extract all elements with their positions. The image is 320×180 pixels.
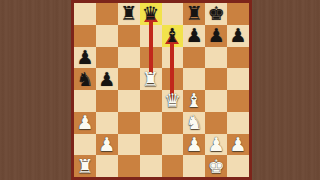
- square-f3[interactable]: [183, 112, 205, 134]
- move-arrow-head-e4-e7: [165, 33, 179, 44]
- square-d2[interactable]: [140, 134, 162, 156]
- square-g8[interactable]: [205, 3, 227, 25]
- square-f6[interactable]: [183, 47, 205, 69]
- square-f7[interactable]: [183, 25, 205, 47]
- square-h8[interactable]: [227, 3, 249, 25]
- move-arrow-head-d5-d8: [144, 11, 158, 22]
- square-e8[interactable]: [162, 3, 184, 25]
- square-d1[interactable]: [140, 155, 162, 177]
- square-g3[interactable]: [205, 112, 227, 134]
- move-arrow-shaft-d5-d8: [149, 22, 153, 79]
- square-f4[interactable]: [183, 90, 205, 112]
- square-a2[interactable]: [74, 134, 96, 156]
- square-g1[interactable]: [205, 155, 227, 177]
- square-a1[interactable]: [74, 155, 96, 177]
- square-a4[interactable]: [74, 90, 96, 112]
- square-e2[interactable]: [162, 134, 184, 156]
- square-f1[interactable]: [183, 155, 205, 177]
- square-c4[interactable]: [118, 90, 140, 112]
- square-h6[interactable]: [227, 47, 249, 69]
- chess-board: ♜♛♜♚♝♟♟♟♟♞♟♜♛♝♟♞♟♟♟♟♜♚: [74, 3, 249, 177]
- square-f8[interactable]: [183, 3, 205, 25]
- square-b5[interactable]: [96, 68, 118, 90]
- square-b1[interactable]: [96, 155, 118, 177]
- square-e1[interactable]: [162, 155, 184, 177]
- square-a5[interactable]: [74, 68, 96, 90]
- move-arrow-shaft-e4-e7: [170, 44, 174, 101]
- square-a8[interactable]: [74, 3, 96, 25]
- square-b8[interactable]: [96, 3, 118, 25]
- square-d4[interactable]: [140, 90, 162, 112]
- square-g2[interactable]: [205, 134, 227, 156]
- square-h4[interactable]: [227, 90, 249, 112]
- square-h7[interactable]: [227, 25, 249, 47]
- square-e3[interactable]: [162, 112, 184, 134]
- square-b3[interactable]: [96, 112, 118, 134]
- square-c8[interactable]: [118, 3, 140, 25]
- chess-board-frame: ♜♛♜♚♝♟♟♟♟♞♟♜♛♝♟♞♟♟♟♟♜♚: [71, 0, 252, 180]
- square-a7[interactable]: [74, 25, 96, 47]
- square-c6[interactable]: [118, 47, 140, 69]
- square-h3[interactable]: [227, 112, 249, 134]
- square-d3[interactable]: [140, 112, 162, 134]
- square-c1[interactable]: [118, 155, 140, 177]
- square-c5[interactable]: [118, 68, 140, 90]
- square-f5[interactable]: [183, 68, 205, 90]
- square-g6[interactable]: [205, 47, 227, 69]
- square-b6[interactable]: [96, 47, 118, 69]
- square-g4[interactable]: [205, 90, 227, 112]
- square-c2[interactable]: [118, 134, 140, 156]
- square-a6[interactable]: [74, 47, 96, 69]
- square-h5[interactable]: [227, 68, 249, 90]
- square-h1[interactable]: [227, 155, 249, 177]
- square-f2[interactable]: [183, 134, 205, 156]
- square-g7[interactable]: [205, 25, 227, 47]
- square-a3[interactable]: [74, 112, 96, 134]
- square-c3[interactable]: [118, 112, 140, 134]
- square-b7[interactable]: [96, 25, 118, 47]
- square-h2[interactable]: [227, 134, 249, 156]
- square-g5[interactable]: [205, 68, 227, 90]
- square-c7[interactable]: [118, 25, 140, 47]
- square-b2[interactable]: [96, 134, 118, 156]
- square-b4[interactable]: [96, 90, 118, 112]
